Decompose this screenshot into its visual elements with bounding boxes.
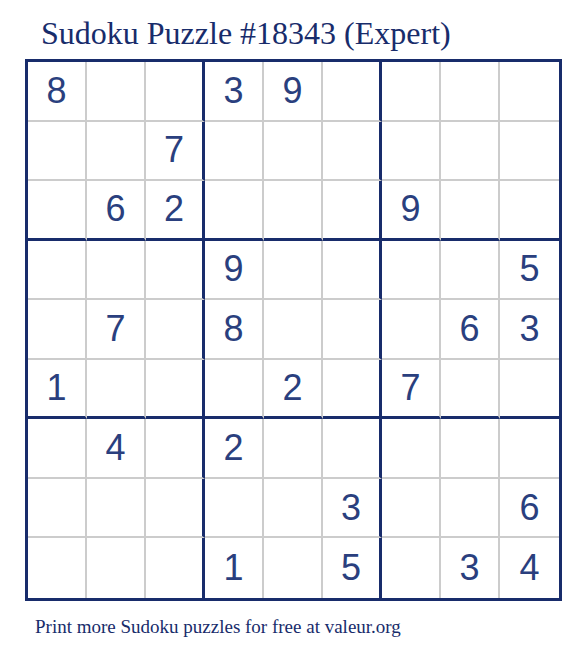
cell-r1c8[interactable] xyxy=(441,62,500,122)
cell-r4c1[interactable] xyxy=(28,241,87,301)
cell-r8c8[interactable] xyxy=(441,479,500,539)
cell-r6c7[interactable]: 7 xyxy=(382,360,441,420)
cell-r4c5[interactable] xyxy=(264,241,323,301)
cell-r8c3[interactable] xyxy=(146,479,205,539)
cell-r9c2[interactable] xyxy=(87,538,146,598)
cell-r7c7[interactable] xyxy=(382,419,441,479)
cell-r2c7[interactable] xyxy=(382,122,441,182)
cell-r2c6[interactable] xyxy=(323,122,382,182)
cell-r2c2[interactable] xyxy=(87,122,146,182)
cell-r4c8[interactable] xyxy=(441,241,500,301)
cell-r5c7[interactable] xyxy=(382,300,441,360)
cell-r8c6[interactable]: 3 xyxy=(323,479,382,539)
cell-r5c3[interactable] xyxy=(146,300,205,360)
cell-r9c9[interactable]: 4 xyxy=(500,538,559,598)
cell-r6c4[interactable] xyxy=(205,360,264,420)
cell-r2c8[interactable] xyxy=(441,122,500,182)
cell-r1c7[interactable] xyxy=(382,62,441,122)
cell-r6c1[interactable]: 1 xyxy=(28,360,87,420)
cell-r7c9[interactable] xyxy=(500,419,559,479)
cell-r7c6[interactable] xyxy=(323,419,382,479)
cell-r9c4[interactable]: 1 xyxy=(205,538,264,598)
cell-r2c4[interactable] xyxy=(205,122,264,182)
cell-r5c6[interactable] xyxy=(323,300,382,360)
cell-r1c3[interactable] xyxy=(146,62,205,122)
cell-r7c1[interactable] xyxy=(28,419,87,479)
cell-r8c5[interactable] xyxy=(264,479,323,539)
cell-r4c3[interactable] xyxy=(146,241,205,301)
cell-r3c4[interactable] xyxy=(205,181,264,241)
cell-r9c1[interactable] xyxy=(28,538,87,598)
cell-r6c8[interactable] xyxy=(441,360,500,420)
cell-r3c8[interactable] xyxy=(441,181,500,241)
cell-r7c4[interactable]: 2 xyxy=(205,419,264,479)
cell-r6c5[interactable]: 2 xyxy=(264,360,323,420)
cell-r4c7[interactable] xyxy=(382,241,441,301)
cell-r5c5[interactable] xyxy=(264,300,323,360)
cell-r7c2[interactable]: 4 xyxy=(87,419,146,479)
cell-r2c1[interactable] xyxy=(28,122,87,182)
cell-r5c1[interactable] xyxy=(28,300,87,360)
cell-r3c2[interactable]: 6 xyxy=(87,181,146,241)
cell-r8c4[interactable] xyxy=(205,479,264,539)
cell-r9c6[interactable]: 5 xyxy=(323,538,382,598)
cell-r4c9[interactable]: 5 xyxy=(500,241,559,301)
cell-r7c5[interactable] xyxy=(264,419,323,479)
cell-r4c6[interactable] xyxy=(323,241,382,301)
cell-r9c8[interactable]: 3 xyxy=(441,538,500,598)
cell-r8c7[interactable] xyxy=(382,479,441,539)
cell-r2c9[interactable] xyxy=(500,122,559,182)
cell-r9c3[interactable] xyxy=(146,538,205,598)
sudoku-page: Sudoku Puzzle #18343 (Expert) 8 3 9 7 6 … xyxy=(0,0,580,651)
cell-r4c2[interactable] xyxy=(87,241,146,301)
page-title: Sudoku Puzzle #18343 (Expert) xyxy=(41,14,451,52)
cell-r8c9[interactable]: 6 xyxy=(500,479,559,539)
cell-r7c3[interactable] xyxy=(146,419,205,479)
cell-r5c8[interactable]: 6 xyxy=(441,300,500,360)
cell-r3c9[interactable] xyxy=(500,181,559,241)
cell-r2c3[interactable]: 7 xyxy=(146,122,205,182)
cell-r5c4[interactable]: 8 xyxy=(205,300,264,360)
cell-r5c9[interactable]: 3 xyxy=(500,300,559,360)
cell-r1c6[interactable] xyxy=(323,62,382,122)
cell-r3c5[interactable] xyxy=(264,181,323,241)
cell-r6c2[interactable] xyxy=(87,360,146,420)
cell-r8c1[interactable] xyxy=(28,479,87,539)
footer-text: Print more Sudoku puzzles for free at va… xyxy=(35,613,401,641)
cell-r2c5[interactable] xyxy=(264,122,323,182)
cell-r1c2[interactable] xyxy=(87,62,146,122)
cell-r9c7[interactable] xyxy=(382,538,441,598)
sudoku-board: 8 3 9 7 6 2 9 9 5 7 xyxy=(25,59,562,601)
cell-r6c9[interactable] xyxy=(500,360,559,420)
cell-r3c7[interactable]: 9 xyxy=(382,181,441,241)
cell-r8c2[interactable] xyxy=(87,479,146,539)
cell-r1c4[interactable]: 3 xyxy=(205,62,264,122)
cell-r3c6[interactable] xyxy=(323,181,382,241)
cell-r4c4[interactable]: 9 xyxy=(205,241,264,301)
cell-r5c2[interactable]: 7 xyxy=(87,300,146,360)
cell-r6c6[interactable] xyxy=(323,360,382,420)
cell-r3c3[interactable]: 2 xyxy=(146,181,205,241)
cell-r3c1[interactable] xyxy=(28,181,87,241)
cell-r1c1[interactable]: 8 xyxy=(28,62,87,122)
cell-r7c8[interactable] xyxy=(441,419,500,479)
cell-r1c9[interactable] xyxy=(500,62,559,122)
cell-r6c3[interactable] xyxy=(146,360,205,420)
cell-r9c5[interactable] xyxy=(264,538,323,598)
cell-r1c5[interactable]: 9 xyxy=(264,62,323,122)
